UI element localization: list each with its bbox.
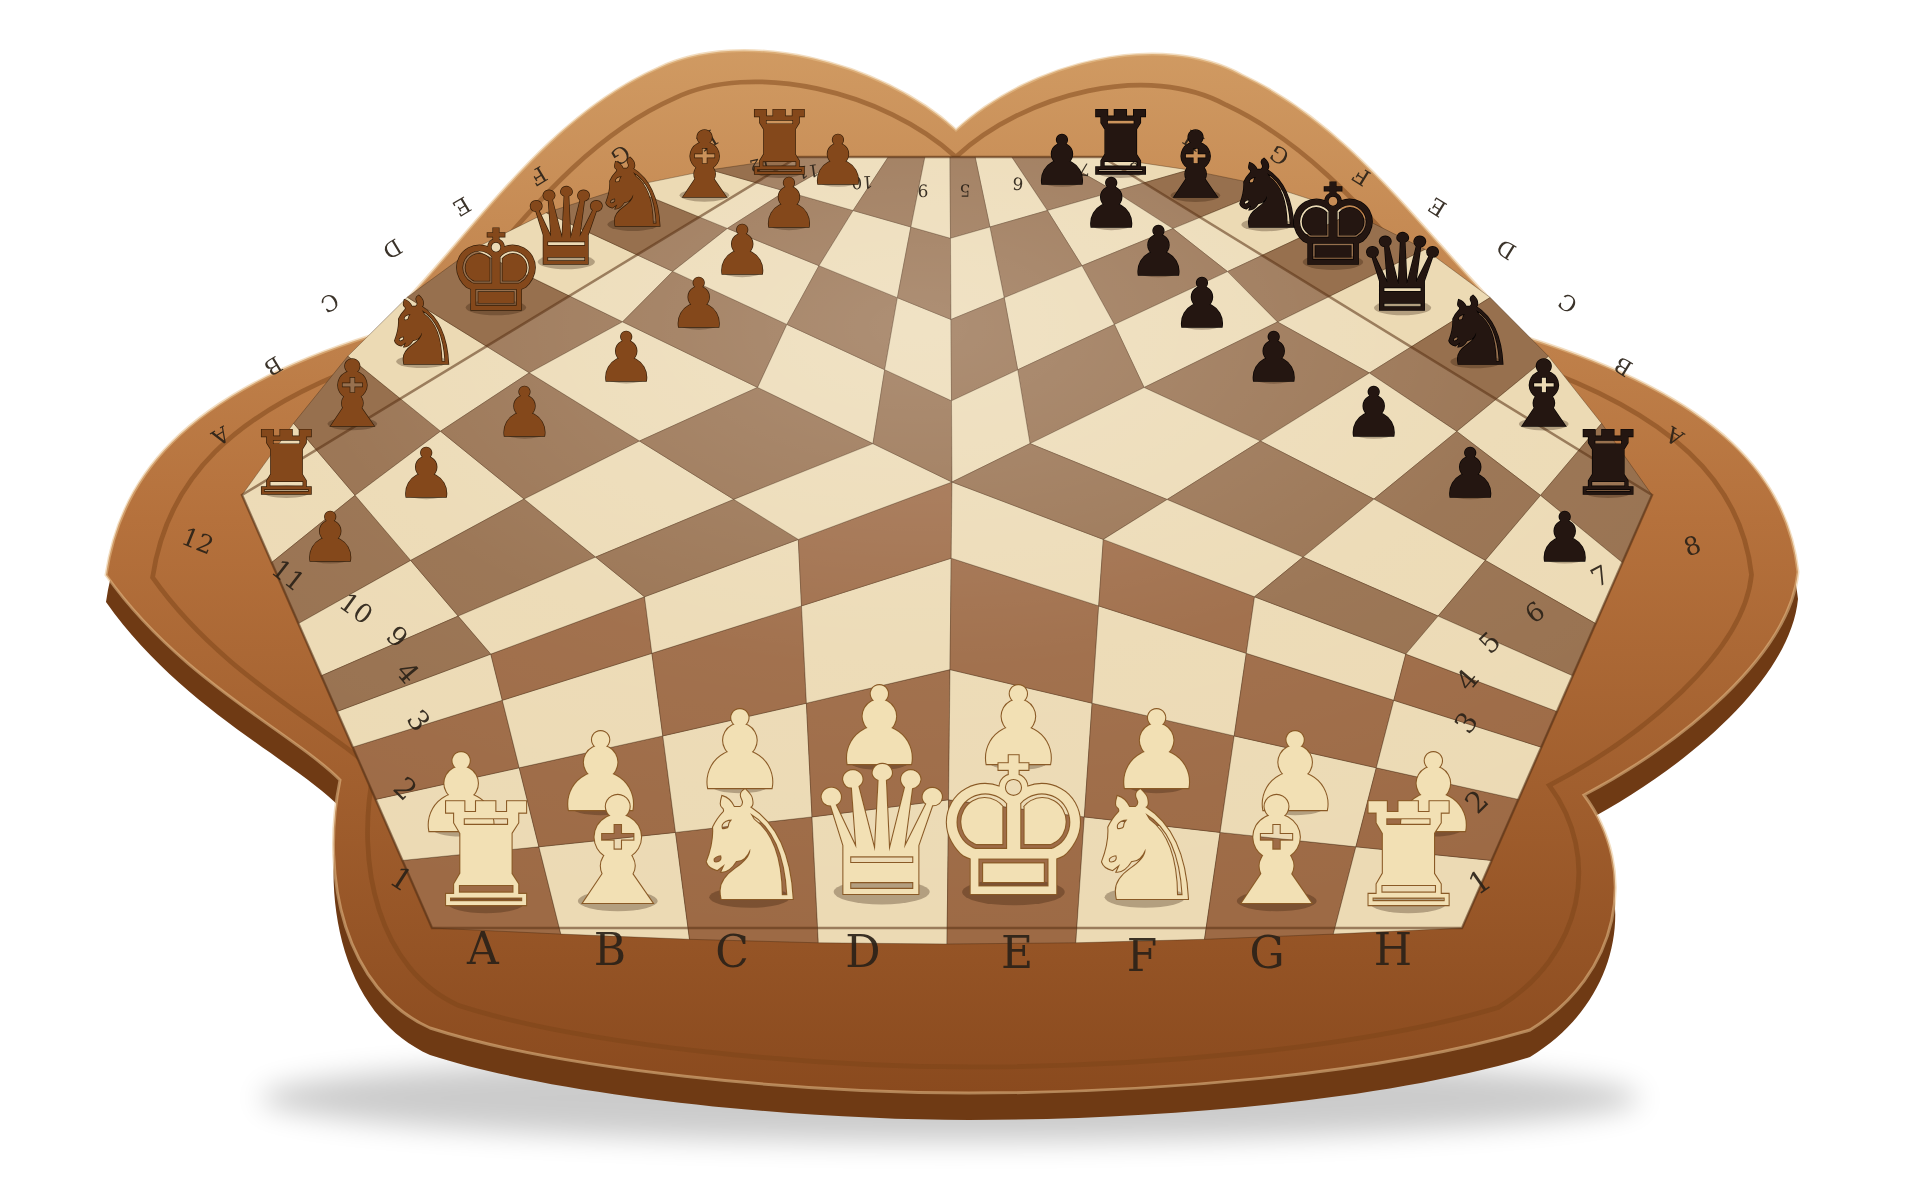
piece-black-pawn-a7[interactable]: ♟ [1534, 498, 1595, 577]
piece-black-pawn-e7[interactable]: ♟ [1171, 264, 1232, 343]
label-top-rank-6: 6 [1012, 173, 1024, 194]
piece-white-rook-h1[interactable]: ♜ [1345, 773, 1472, 938]
label-black-file-d: D [1492, 234, 1520, 265]
three-player-chess-photo: Three-player chess set — curvy wooden he… [0, 0, 1920, 1200]
piece-brown-pawn-b11[interactable]: ♟ [396, 434, 457, 513]
three-player-chess-board: 121110943218765432112111095678ABCDEFGHAB… [0, 0, 1920, 1200]
piece-brown-pawn-a11[interactable]: ♟ [300, 498, 361, 577]
label-brown-file-c: C [316, 287, 343, 317]
piece-white-bishop-b1[interactable]: ♝ [551, 766, 684, 938]
piece-white-king-e1[interactable]: ♚ [928, 718, 1098, 939]
piece-white-rook-a1[interactable]: ♜ [422, 773, 549, 938]
piece-brown-bishop-g12[interactable]: ♝ [663, 112, 745, 219]
piece-white-bishop-g1[interactable]: ♝ [1210, 766, 1343, 938]
piece-brown-pawn-e11[interactable]: ♟ [668, 264, 729, 343]
label-black-file-c: C [1554, 288, 1582, 318]
piece-black-pawn-d7[interactable]: ♟ [1243, 318, 1304, 397]
label-top-rank-5: 5 [959, 180, 970, 200]
piece-white-knight-c1[interactable]: ♞ [682, 760, 816, 934]
piece-white-knight-f1[interactable]: ♞ [1078, 760, 1212, 934]
label-top-rank-9: 9 [917, 180, 928, 200]
label-brown-file-d: D [378, 233, 406, 264]
piece-black-pawn-b7[interactable]: ♟ [1440, 434, 1501, 513]
label-file-f: F [1127, 930, 1158, 981]
piece-black-pawn-c7[interactable]: ♟ [1343, 373, 1404, 452]
piece-brown-pawn-c11[interactable]: ♟ [494, 373, 555, 452]
piece-brown-pawn-d11[interactable]: ♟ [596, 318, 657, 397]
